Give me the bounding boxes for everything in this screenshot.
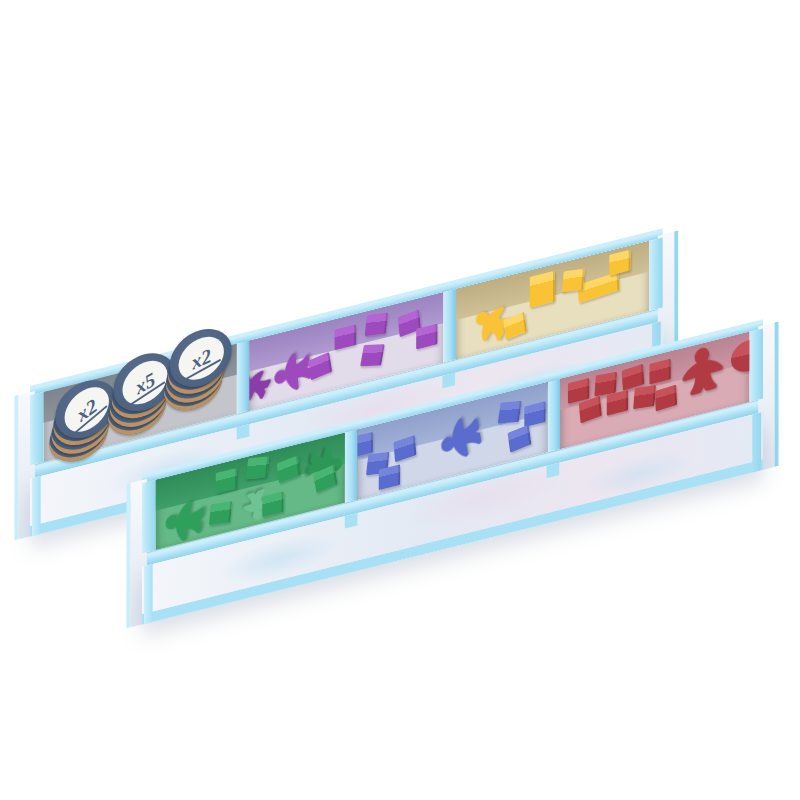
green-cube [262, 491, 283, 517]
blue-cube [508, 424, 532, 452]
back-tray-divider-1 [237, 341, 250, 414]
front-wall-corner [144, 564, 153, 624]
divider-tab [237, 424, 250, 440]
blue-cube [498, 401, 522, 424]
multiplier-token-disc: x2 [170, 322, 232, 393]
yellow-block [529, 271, 554, 308]
blue-cube [525, 401, 546, 427]
red-cube [633, 385, 656, 409]
back-tray-left-endcap [30, 392, 44, 465]
green-cube [246, 456, 270, 479]
back-tray-divider-2 [443, 289, 456, 362]
token-label: x2 [189, 344, 212, 372]
purple-cube [365, 313, 389, 337]
purple-cube [361, 344, 386, 366]
product-photo-scene: x2 x5 [0, 0, 800, 800]
back-tray-right-endcap [649, 238, 663, 311]
front-tray-right-endcap [749, 328, 763, 401]
red-cube [606, 390, 627, 416]
token-label: x2 [73, 394, 99, 424]
purple-cube [416, 323, 437, 349]
token-label: x5 [132, 368, 156, 397]
token-stack-x2-right: x2 [170, 322, 232, 420]
blue-cube [379, 464, 400, 490]
divider-tab [442, 373, 455, 389]
green-cube [209, 501, 232, 525]
front-wall-corner [32, 476, 41, 536]
front-tray-left-endcap [142, 480, 156, 553]
front-wall-corner [752, 412, 761, 472]
divider-tab [547, 463, 560, 479]
yellow-cube [561, 269, 584, 293]
divider-tab [345, 513, 358, 529]
front-tray-divider-1 [345, 429, 358, 502]
purple-cube [335, 324, 356, 350]
front-tray-divider-2 [547, 379, 560, 452]
